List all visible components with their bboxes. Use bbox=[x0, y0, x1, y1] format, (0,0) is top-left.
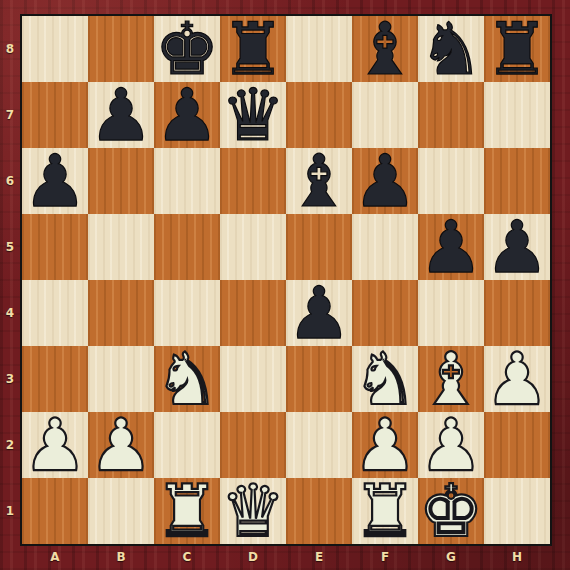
rank-label-4: 4 bbox=[0, 280, 20, 346]
rank-label-2: 2 bbox=[0, 412, 20, 478]
chess-diagram: ♚♜♝♞♜♟♟♛♟♝♟♟♟♟♞♞♝♟♟♟♟♟♜♛♜♚ 87654321 ABCD… bbox=[0, 0, 570, 570]
square-b4[interactable] bbox=[88, 280, 154, 346]
square-g3[interactable]: ♝ bbox=[418, 346, 484, 412]
square-c7[interactable]: ♟ bbox=[154, 82, 220, 148]
piece-black-queen[interactable]: ♛ bbox=[221, 82, 286, 148]
piece-white-pawn[interactable]: ♟ bbox=[89, 412, 154, 478]
piece-black-pawn[interactable]: ♟ bbox=[155, 82, 220, 148]
square-f7[interactable] bbox=[352, 82, 418, 148]
piece-black-pawn[interactable]: ♟ bbox=[419, 214, 484, 280]
file-label-b: B bbox=[88, 546, 154, 568]
square-d5[interactable] bbox=[220, 214, 286, 280]
square-d4[interactable] bbox=[220, 280, 286, 346]
square-d2[interactable] bbox=[220, 412, 286, 478]
square-e6[interactable]: ♝ bbox=[286, 148, 352, 214]
file-label-c: C bbox=[154, 546, 220, 568]
square-a2[interactable]: ♟ bbox=[22, 412, 88, 478]
square-g8[interactable]: ♞ bbox=[418, 16, 484, 82]
square-b6[interactable] bbox=[88, 148, 154, 214]
file-labels: ABCDEFGH bbox=[22, 546, 550, 568]
square-c8[interactable]: ♚ bbox=[154, 16, 220, 82]
square-d1[interactable]: ♛ bbox=[220, 478, 286, 544]
square-a3[interactable] bbox=[22, 346, 88, 412]
square-a7[interactable] bbox=[22, 82, 88, 148]
square-d6[interactable] bbox=[220, 148, 286, 214]
rank-label-8: 8 bbox=[0, 16, 20, 82]
square-g2[interactable]: ♟ bbox=[418, 412, 484, 478]
piece-black-pawn[interactable]: ♟ bbox=[23, 148, 88, 214]
square-g6[interactable] bbox=[418, 148, 484, 214]
square-d3[interactable] bbox=[220, 346, 286, 412]
square-h3[interactable]: ♟ bbox=[484, 346, 550, 412]
square-b7[interactable]: ♟ bbox=[88, 82, 154, 148]
rank-label-3: 3 bbox=[0, 346, 20, 412]
square-a8[interactable] bbox=[22, 16, 88, 82]
rank-labels: 87654321 bbox=[0, 16, 20, 544]
square-b5[interactable] bbox=[88, 214, 154, 280]
square-c5[interactable] bbox=[154, 214, 220, 280]
piece-black-bishop[interactable]: ♝ bbox=[353, 16, 418, 82]
piece-white-bishop[interactable]: ♝ bbox=[419, 346, 484, 412]
square-a4[interactable] bbox=[22, 280, 88, 346]
square-f6[interactable]: ♟ bbox=[352, 148, 418, 214]
square-a5[interactable] bbox=[22, 214, 88, 280]
square-e7[interactable] bbox=[286, 82, 352, 148]
square-c3[interactable]: ♞ bbox=[154, 346, 220, 412]
square-a1[interactable] bbox=[22, 478, 88, 544]
piece-black-pawn[interactable]: ♟ bbox=[485, 214, 550, 280]
square-h1[interactable] bbox=[484, 478, 550, 544]
square-g7[interactable] bbox=[418, 82, 484, 148]
chess-board: ♚♜♝♞♜♟♟♛♟♝♟♟♟♟♞♞♝♟♟♟♟♟♜♛♜♚ bbox=[20, 14, 552, 546]
piece-black-bishop[interactable]: ♝ bbox=[287, 148, 352, 214]
square-e3[interactable] bbox=[286, 346, 352, 412]
square-b2[interactable]: ♟ bbox=[88, 412, 154, 478]
rank-label-6: 6 bbox=[0, 148, 20, 214]
square-f3[interactable]: ♞ bbox=[352, 346, 418, 412]
piece-white-knight[interactable]: ♞ bbox=[353, 346, 418, 412]
piece-white-knight[interactable]: ♞ bbox=[155, 346, 220, 412]
piece-white-rook[interactable]: ♜ bbox=[155, 478, 220, 544]
square-g1[interactable]: ♚ bbox=[418, 478, 484, 544]
square-c4[interactable] bbox=[154, 280, 220, 346]
rank-label-1: 1 bbox=[0, 478, 20, 544]
square-e2[interactable] bbox=[286, 412, 352, 478]
piece-black-knight[interactable]: ♞ bbox=[419, 16, 484, 82]
square-c2[interactable] bbox=[154, 412, 220, 478]
piece-white-pawn[interactable]: ♟ bbox=[23, 412, 88, 478]
square-f5[interactable] bbox=[352, 214, 418, 280]
square-a6[interactable]: ♟ bbox=[22, 148, 88, 214]
square-f4[interactable] bbox=[352, 280, 418, 346]
square-d8[interactable]: ♜ bbox=[220, 16, 286, 82]
square-h7[interactable] bbox=[484, 82, 550, 148]
piece-black-pawn[interactable]: ♟ bbox=[89, 82, 154, 148]
file-label-d: D bbox=[220, 546, 286, 568]
piece-black-pawn[interactable]: ♟ bbox=[287, 280, 352, 346]
square-b1[interactable] bbox=[88, 478, 154, 544]
file-label-h: H bbox=[484, 546, 550, 568]
square-h5[interactable]: ♟ bbox=[484, 214, 550, 280]
file-label-a: A bbox=[22, 546, 88, 568]
square-h6[interactable] bbox=[484, 148, 550, 214]
square-h2[interactable] bbox=[484, 412, 550, 478]
piece-black-king[interactable]: ♚ bbox=[155, 16, 220, 82]
square-g4[interactable] bbox=[418, 280, 484, 346]
square-e1[interactable] bbox=[286, 478, 352, 544]
piece-white-rook[interactable]: ♜ bbox=[353, 478, 418, 544]
file-label-e: E bbox=[286, 546, 352, 568]
square-f2[interactable]: ♟ bbox=[352, 412, 418, 478]
square-e4[interactable]: ♟ bbox=[286, 280, 352, 346]
piece-white-king[interactable]: ♚ bbox=[419, 478, 484, 544]
file-label-f: F bbox=[352, 546, 418, 568]
square-e5[interactable] bbox=[286, 214, 352, 280]
piece-black-pawn[interactable]: ♟ bbox=[353, 148, 418, 214]
square-b8[interactable] bbox=[88, 16, 154, 82]
square-c1[interactable]: ♜ bbox=[154, 478, 220, 544]
piece-white-pawn[interactable]: ♟ bbox=[419, 412, 484, 478]
square-b3[interactable] bbox=[88, 346, 154, 412]
piece-white-pawn[interactable]: ♟ bbox=[485, 346, 550, 412]
rank-label-5: 5 bbox=[0, 214, 20, 280]
piece-white-queen[interactable]: ♛ bbox=[221, 478, 286, 544]
square-d7[interactable]: ♛ bbox=[220, 82, 286, 148]
piece-black-rook[interactable]: ♜ bbox=[221, 16, 286, 82]
rank-label-7: 7 bbox=[0, 82, 20, 148]
piece-black-rook[interactable]: ♜ bbox=[485, 16, 550, 82]
square-f8[interactable]: ♝ bbox=[352, 16, 418, 82]
square-h8[interactable]: ♜ bbox=[484, 16, 550, 82]
piece-white-pawn[interactable]: ♟ bbox=[353, 412, 418, 478]
square-g5[interactable]: ♟ bbox=[418, 214, 484, 280]
square-f1[interactable]: ♜ bbox=[352, 478, 418, 544]
square-c6[interactable] bbox=[154, 148, 220, 214]
square-e8[interactable] bbox=[286, 16, 352, 82]
file-label-g: G bbox=[418, 546, 484, 568]
square-h4[interactable] bbox=[484, 280, 550, 346]
